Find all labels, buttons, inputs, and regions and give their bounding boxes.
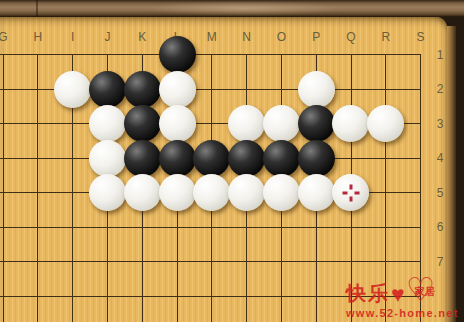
heart-icon: ♥ [391, 282, 405, 306]
stone-Q3-white [332, 105, 369, 142]
stone-L1-black [159, 36, 196, 73]
stone-L5-white [159, 174, 196, 211]
go-game-screenshot: GHIJKLMNOPQRS 1234567 快乐 ♥ ♡ 家居 www.52-h… [0, 0, 464, 322]
watermark-brand-right-text: 家居 [415, 285, 435, 299]
heart-outline-badge: ♡ 家居 [406, 280, 444, 306]
stone-P3-black [298, 105, 335, 142]
stone-N5-white [228, 174, 265, 211]
stone-K5-white [124, 174, 161, 211]
stone-L3-white [159, 105, 196, 142]
stone-Q5-white [332, 174, 369, 211]
stone-J4-white [89, 140, 126, 177]
stone-K2-black [124, 71, 161, 108]
stone-M4-black [193, 140, 230, 177]
stone-P4-black [298, 140, 335, 177]
stone-K3-black [124, 105, 161, 142]
watermark-brand-row: 快乐 ♥ ♡ 家居 [346, 280, 459, 306]
stone-J5-white [89, 174, 126, 211]
stone-O5-white [263, 174, 300, 211]
stone-L4-black [159, 140, 196, 177]
stone-O4-black [263, 140, 300, 177]
stone-N3-white [228, 105, 265, 142]
board-side-edge [447, 26, 456, 322]
stone-J2-black [89, 71, 126, 108]
watermark-brand-left-text: 快乐 [346, 280, 390, 306]
stone-R3-white [367, 105, 404, 142]
stones-grid [0, 37, 438, 313]
stone-N4-black [228, 140, 265, 177]
crosshair-marker-icon [342, 184, 359, 201]
site-watermark: 快乐 ♥ ♡ 家居 www.52-home.net [346, 280, 459, 319]
stone-K4-black [124, 140, 161, 177]
stone-O3-white [263, 105, 300, 142]
stone-P5-white [298, 174, 335, 211]
stone-J3-white [89, 105, 126, 142]
go-board[interactable]: GHIJKLMNOPQRS 1234567 [0, 17, 447, 322]
stone-M5-white [193, 174, 230, 211]
stone-P2-white [298, 71, 335, 108]
stone-L2-white [159, 71, 196, 108]
stone-I2-white [54, 71, 91, 108]
watermark-url-text: www.52-home.net [346, 307, 459, 319]
wooden-frame-top [0, 0, 464, 17]
